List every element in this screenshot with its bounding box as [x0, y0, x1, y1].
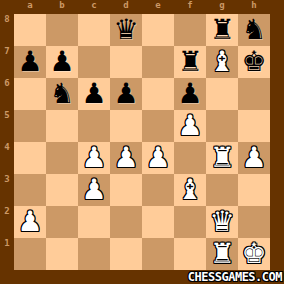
- square-c8[interactable]: [78, 14, 110, 46]
- square-h1[interactable]: ♚: [238, 238, 270, 270]
- square-a7[interactable]: ♟: [14, 46, 46, 78]
- chessgames-watermark: CHESSGAMES.COM: [188, 270, 282, 284]
- square-d5[interactable]: [110, 110, 142, 142]
- square-h6[interactable]: [238, 78, 270, 110]
- square-g2[interactable]: ♛: [206, 206, 238, 238]
- square-d4[interactable]: ♟: [110, 142, 142, 174]
- square-e7[interactable]: [142, 46, 174, 78]
- square-b4[interactable]: [46, 142, 78, 174]
- square-c1[interactable]: [78, 238, 110, 270]
- square-g5[interactable]: [206, 110, 238, 142]
- square-f8[interactable]: [174, 14, 206, 46]
- square-a6[interactable]: [14, 78, 46, 110]
- square-g3[interactable]: [206, 174, 238, 206]
- white-pawn-d4: ♟: [110, 142, 142, 174]
- file-label-g: g: [206, 0, 238, 14]
- square-d2[interactable]: [110, 206, 142, 238]
- square-b6[interactable]: ♞: [46, 78, 78, 110]
- white-rook-g1: ♜: [206, 238, 238, 270]
- black-pawn-d6: ♟: [110, 78, 142, 110]
- square-e8[interactable]: [142, 14, 174, 46]
- black-knight-b6: ♞: [46, 78, 78, 110]
- square-h2[interactable]: [238, 206, 270, 238]
- square-a4[interactable]: [14, 142, 46, 174]
- file-label-d: d: [110, 0, 142, 14]
- white-bishop-f3: ♝: [174, 174, 206, 206]
- square-h5[interactable]: [238, 110, 270, 142]
- white-pawn-c4: ♟: [78, 142, 110, 174]
- square-e4[interactable]: ♟: [142, 142, 174, 174]
- square-f4[interactable]: [174, 142, 206, 174]
- square-d3[interactable]: [110, 174, 142, 206]
- white-bishop-g7: ♝: [206, 46, 238, 78]
- square-c5[interactable]: [78, 110, 110, 142]
- black-king-h7: ♚: [238, 46, 270, 78]
- square-e6[interactable]: [142, 78, 174, 110]
- square-f3[interactable]: ♝: [174, 174, 206, 206]
- black-pawn-c6: ♟: [78, 78, 110, 110]
- file-label-h: h: [238, 0, 270, 14]
- square-a2[interactable]: ♟: [14, 206, 46, 238]
- rank-label-7: 7: [0, 46, 14, 78]
- square-c2[interactable]: [78, 206, 110, 238]
- rank-label-6: 6: [0, 78, 14, 110]
- file-labels: abcdefgh: [14, 0, 270, 14]
- rank-label-1: 1: [0, 238, 14, 270]
- black-knight-h8: ♞: [238, 14, 270, 46]
- rank-label-2: 2: [0, 206, 14, 238]
- square-c4[interactable]: ♟: [78, 142, 110, 174]
- square-e2[interactable]: [142, 206, 174, 238]
- file-label-b: b: [46, 0, 78, 14]
- black-rook-g8: ♜: [206, 14, 238, 46]
- square-g7[interactable]: ♝: [206, 46, 238, 78]
- square-h7[interactable]: ♚: [238, 46, 270, 78]
- square-f1[interactable]: [174, 238, 206, 270]
- square-h3[interactable]: [238, 174, 270, 206]
- square-c3[interactable]: ♟: [78, 174, 110, 206]
- square-f7[interactable]: ♜: [174, 46, 206, 78]
- chess-board: ♛♜♞♟♟♜♝♚♞♟♟♟♟♟♟♟♜♟♟♝♟♛♜♚: [14, 14, 270, 270]
- rank-labels: 87654321: [0, 14, 14, 270]
- square-e3[interactable]: [142, 174, 174, 206]
- square-h4[interactable]: ♟: [238, 142, 270, 174]
- square-a3[interactable]: [14, 174, 46, 206]
- square-a5[interactable]: [14, 110, 46, 142]
- square-g6[interactable]: [206, 78, 238, 110]
- white-pawn-f5: ♟: [174, 110, 206, 142]
- square-g8[interactable]: ♜: [206, 14, 238, 46]
- white-queen-g2: ♛: [206, 206, 238, 238]
- square-f6[interactable]: ♟: [174, 78, 206, 110]
- rank-label-3: 3: [0, 174, 14, 206]
- square-g4[interactable]: ♜: [206, 142, 238, 174]
- white-pawn-e4: ♟: [142, 142, 174, 174]
- white-pawn-h4: ♟: [238, 142, 270, 174]
- square-h8[interactable]: ♞: [238, 14, 270, 46]
- white-king-h1: ♚: [238, 238, 270, 270]
- white-rook-g4: ♜: [206, 142, 238, 174]
- square-b2[interactable]: [46, 206, 78, 238]
- square-a8[interactable]: [14, 14, 46, 46]
- square-d7[interactable]: [110, 46, 142, 78]
- square-b5[interactable]: [46, 110, 78, 142]
- square-d6[interactable]: ♟: [110, 78, 142, 110]
- file-label-a: a: [14, 0, 46, 14]
- black-pawn-f6: ♟: [174, 78, 206, 110]
- square-g1[interactable]: ♜: [206, 238, 238, 270]
- rank-label-4: 4: [0, 142, 14, 174]
- square-a1[interactable]: [14, 238, 46, 270]
- square-d8[interactable]: ♛: [110, 14, 142, 46]
- file-label-c: c: [78, 0, 110, 14]
- square-e5[interactable]: [142, 110, 174, 142]
- white-pawn-a2: ♟: [14, 206, 46, 238]
- square-f5[interactable]: ♟: [174, 110, 206, 142]
- black-queen-d8: ♛: [110, 14, 142, 46]
- square-e1[interactable]: [142, 238, 174, 270]
- square-f2[interactable]: [174, 206, 206, 238]
- square-b7[interactable]: ♟: [46, 46, 78, 78]
- square-b8[interactable]: [46, 14, 78, 46]
- square-c7[interactable]: [78, 46, 110, 78]
- file-label-e: e: [142, 0, 174, 14]
- chess-diagram-frame: abcdefgh 87654321 ♛♜♞♟♟♜♝♚♞♟♟♟♟♟♟♟♜♟♟♝♟♛…: [0, 0, 284, 284]
- square-d1[interactable]: [110, 238, 142, 270]
- square-b3[interactable]: [46, 174, 78, 206]
- rank-label-8: 8: [0, 14, 14, 46]
- square-b1[interactable]: [46, 238, 78, 270]
- black-pawn-b7: ♟: [46, 46, 78, 78]
- white-pawn-c3: ♟: [78, 174, 110, 206]
- black-pawn-a7: ♟: [14, 46, 46, 78]
- square-c6[interactable]: ♟: [78, 78, 110, 110]
- rank-label-5: 5: [0, 110, 14, 142]
- black-rook-f7: ♜: [174, 46, 206, 78]
- file-label-f: f: [174, 0, 206, 14]
